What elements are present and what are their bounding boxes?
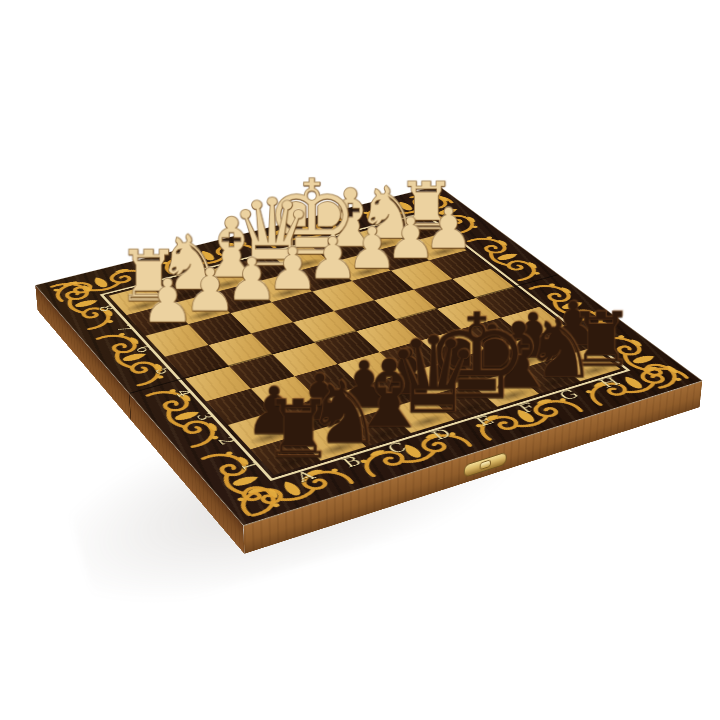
product-photo-scene: ABCDEFGH 87654321 ♜♞♝♛♚♝♞♜♟♟♟♟♟♟♟♟♟♟♟♟♟♟…	[0, 0, 720, 720]
piece-black-rook-a1: ♜	[261, 391, 333, 467]
box-side-seam	[129, 393, 132, 421]
